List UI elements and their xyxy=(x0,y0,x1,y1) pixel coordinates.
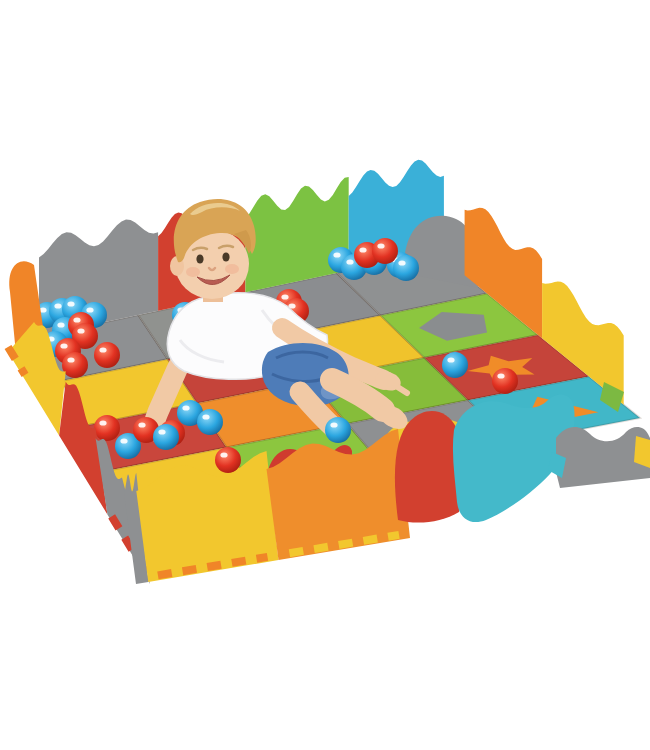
ball-highlight xyxy=(330,422,337,427)
ball-body xyxy=(62,352,88,378)
ball-highlight xyxy=(346,259,353,264)
ball-highlight xyxy=(67,357,74,362)
toddler-cheek xyxy=(225,264,239,274)
gate-red-fin xyxy=(395,411,463,523)
ball-body xyxy=(94,415,120,441)
play-ball-red xyxy=(94,415,120,441)
play-ball-red xyxy=(492,368,518,394)
ball-body xyxy=(197,409,223,435)
toddler-cheek xyxy=(186,267,200,277)
ball-highlight xyxy=(138,422,145,427)
ball-highlight xyxy=(447,357,454,362)
ball-highlight xyxy=(398,260,405,265)
ball-highlight xyxy=(158,429,165,434)
play-ball-blue xyxy=(153,424,179,450)
product-photo: Product photo: smiling blond toddler in … xyxy=(0,0,650,750)
ball-highlight xyxy=(57,322,64,327)
play-ball-red xyxy=(215,447,241,473)
ball-body xyxy=(325,417,351,443)
ball-highlight xyxy=(99,347,106,352)
toddler-eye xyxy=(196,254,203,263)
ball-highlight xyxy=(359,247,366,252)
ball-highlight xyxy=(73,317,80,322)
ball-body xyxy=(393,255,419,281)
ball-highlight xyxy=(86,307,93,312)
play-ball-red xyxy=(62,352,88,378)
ball-highlight xyxy=(497,373,504,378)
ball-highlight xyxy=(377,243,384,248)
play-ball-blue xyxy=(442,352,468,378)
ball-body xyxy=(215,447,241,473)
ball-highlight xyxy=(333,252,340,257)
ball-body xyxy=(153,424,179,450)
ball-highlight xyxy=(281,294,288,299)
play-ball-blue xyxy=(325,417,351,443)
ball-highlight xyxy=(220,452,227,457)
ball-highlight xyxy=(77,328,84,333)
ball-body xyxy=(492,368,518,394)
play-ball-blue xyxy=(197,409,223,435)
ball-body xyxy=(94,342,120,368)
ball-highlight xyxy=(99,420,106,425)
ball-highlight xyxy=(67,301,74,306)
ball-highlight xyxy=(202,414,209,419)
ball-highlight xyxy=(54,303,61,308)
play-ball-red xyxy=(94,342,120,368)
ball-highlight xyxy=(182,405,189,410)
ball-highlight xyxy=(120,438,127,443)
toddler-eye xyxy=(222,252,229,261)
ball-body xyxy=(372,238,398,264)
ball-highlight xyxy=(60,343,67,348)
play-ball-blue xyxy=(393,255,419,281)
play-ball-red xyxy=(372,238,398,264)
playmat-scene xyxy=(0,0,650,750)
ball-body xyxy=(442,352,468,378)
